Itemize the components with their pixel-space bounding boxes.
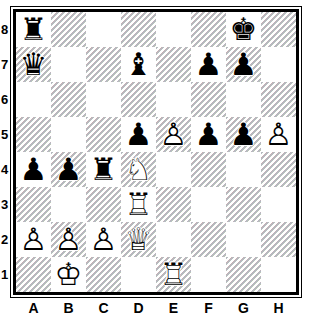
square-g1[interactable]: [226, 257, 261, 292]
piece-black-pawn-a4: ♟: [16, 152, 51, 187]
square-h3[interactable]: [261, 187, 296, 222]
square-c5[interactable]: [86, 117, 121, 152]
square-h7[interactable]: [261, 47, 296, 82]
piece-fill-white-pawn-c2: ♟: [86, 222, 121, 257]
square-b1[interactable]: ♚♔: [51, 257, 86, 292]
rank-label-1: 1: [0, 257, 9, 292]
board-frame: ♜♚♛♝♟♟♟♟♙♟♟♟♙♟♟♜♞♘♜♖♟♙♟♙♟♙♛♕♚♔♜♖: [10, 6, 302, 298]
square-h6[interactable]: [261, 82, 296, 117]
square-c2[interactable]: ♟♙: [86, 222, 121, 257]
square-a2[interactable]: ♟♙: [16, 222, 51, 257]
file-label-a: A: [16, 300, 51, 316]
piece-black-rook-c4: ♜: [86, 152, 121, 187]
square-d2[interactable]: ♛♕: [121, 222, 156, 257]
square-e2[interactable]: [156, 222, 191, 257]
square-e3[interactable]: [156, 187, 191, 222]
square-a7[interactable]: ♛: [16, 47, 51, 82]
square-g2[interactable]: [226, 222, 261, 257]
square-d4[interactable]: ♞♘: [121, 152, 156, 187]
piece-fill-white-knight-d4: ♞: [121, 152, 156, 187]
file-label-h: H: [261, 300, 296, 316]
board-grid: ♜♚♛♝♟♟♟♟♙♟♟♟♙♟♟♜♞♘♜♖♟♙♟♙♟♙♛♕♚♔♜♖: [16, 12, 296, 292]
piece-white-pawn-b2: ♙: [51, 222, 86, 257]
square-e5[interactable]: ♟♙: [156, 117, 191, 152]
rank-label-4: 4: [0, 152, 9, 187]
rank-label-7: 7: [0, 47, 9, 82]
piece-black-pawn-f7: ♟: [191, 47, 226, 82]
piece-white-knight-d4: ♘: [121, 152, 156, 187]
piece-white-pawn-e5: ♙: [156, 117, 191, 152]
square-d1[interactable]: [121, 257, 156, 292]
chess-diagram: 8 7 6 5 4 3 2 1 ♜♚♛♝♟♟♟♟♙♟♟♟♙♟♟♜♞♘♜♖♟♙♟♙…: [0, 0, 314, 320]
piece-black-pawn-d5: ♟: [121, 117, 156, 152]
rank-labels: 8 7 6 5 4 3 2 1: [0, 12, 9, 292]
square-b7[interactable]: [51, 47, 86, 82]
square-c8[interactable]: [86, 12, 121, 47]
piece-white-queen-d2: ♕: [121, 222, 156, 257]
square-e7[interactable]: [156, 47, 191, 82]
file-label-d: D: [121, 300, 156, 316]
square-a5[interactable]: [16, 117, 51, 152]
square-f7[interactable]: ♟: [191, 47, 226, 82]
square-c4[interactable]: ♜: [86, 152, 121, 187]
piece-fill-white-pawn-e5: ♟: [156, 117, 191, 152]
piece-black-pawn-f5: ♟: [191, 117, 226, 152]
square-b6[interactable]: [51, 82, 86, 117]
rank-label-3: 3: [0, 187, 9, 222]
file-labels: A B C D E F G H: [16, 300, 296, 316]
piece-fill-white-pawn-h5: ♟: [261, 117, 296, 152]
square-c3[interactable]: [86, 187, 121, 222]
square-b8[interactable]: [51, 12, 86, 47]
rank-label-2: 2: [0, 222, 9, 257]
square-g5[interactable]: ♟: [226, 117, 261, 152]
square-f8[interactable]: [191, 12, 226, 47]
square-f2[interactable]: [191, 222, 226, 257]
square-d7[interactable]: ♝: [121, 47, 156, 82]
square-g6[interactable]: [226, 82, 261, 117]
file-label-c: C: [86, 300, 121, 316]
square-a4[interactable]: ♟: [16, 152, 51, 187]
piece-fill-white-pawn-a2: ♟: [16, 222, 51, 257]
piece-fill-white-rook-d3: ♜: [121, 187, 156, 222]
square-g3[interactable]: [226, 187, 261, 222]
square-a3[interactable]: [16, 187, 51, 222]
piece-black-pawn-g5: ♟: [226, 117, 261, 152]
square-e1[interactable]: ♜♖: [156, 257, 191, 292]
square-a1[interactable]: [16, 257, 51, 292]
piece-black-pawn-b4: ♟: [51, 152, 86, 187]
square-h1[interactable]: [261, 257, 296, 292]
square-d6[interactable]: [121, 82, 156, 117]
square-d5[interactable]: ♟: [121, 117, 156, 152]
square-h5[interactable]: ♟♙: [261, 117, 296, 152]
piece-fill-white-rook-e1: ♜: [156, 257, 191, 292]
square-e6[interactable]: [156, 82, 191, 117]
rank-label-8: 8: [0, 12, 9, 47]
square-e8[interactable]: [156, 12, 191, 47]
square-f1[interactable]: [191, 257, 226, 292]
file-label-g: G: [226, 300, 261, 316]
square-d3[interactable]: ♜♖: [121, 187, 156, 222]
square-h8[interactable]: [261, 12, 296, 47]
rank-label-6: 6: [0, 82, 9, 117]
square-c1[interactable]: [86, 257, 121, 292]
piece-black-bishop-d7: ♝: [121, 47, 156, 82]
piece-black-king-g8: ♚: [226, 12, 261, 47]
piece-white-rook-d3: ♖: [121, 187, 156, 222]
square-b3[interactable]: [51, 187, 86, 222]
file-label-e: E: [156, 300, 191, 316]
square-b2[interactable]: ♟♙: [51, 222, 86, 257]
piece-white-king-b1: ♔: [51, 257, 86, 292]
square-e4[interactable]: [156, 152, 191, 187]
square-h2[interactable]: [261, 222, 296, 257]
piece-white-pawn-h5: ♙: [261, 117, 296, 152]
square-c6[interactable]: [86, 82, 121, 117]
square-b5[interactable]: [51, 117, 86, 152]
square-h4[interactable]: [261, 152, 296, 187]
square-a8[interactable]: ♜: [16, 12, 51, 47]
square-f4[interactable]: [191, 152, 226, 187]
piece-fill-white-king-b1: ♚: [51, 257, 86, 292]
rank-label-5: 5: [0, 117, 9, 152]
piece-fill-white-pawn-b2: ♟: [51, 222, 86, 257]
piece-white-pawn-c2: ♙: [86, 222, 121, 257]
piece-fill-white-queen-d2: ♛: [121, 222, 156, 257]
square-a6[interactable]: [16, 82, 51, 117]
square-f3[interactable]: [191, 187, 226, 222]
square-g8[interactable]: ♚: [226, 12, 261, 47]
square-d8[interactable]: [121, 12, 156, 47]
file-label-b: B: [51, 300, 86, 316]
square-f6[interactable]: [191, 82, 226, 117]
square-f5[interactable]: ♟: [191, 117, 226, 152]
piece-black-queen-a7: ♛: [16, 47, 51, 82]
square-b4[interactable]: ♟: [51, 152, 86, 187]
piece-white-pawn-a2: ♙: [16, 222, 51, 257]
piece-black-rook-a8: ♜: [16, 12, 51, 47]
square-g4[interactable]: [226, 152, 261, 187]
square-g7[interactable]: ♟: [226, 47, 261, 82]
piece-black-pawn-g7: ♟: [226, 47, 261, 82]
board-inner-border: ♜♚♛♝♟♟♟♟♙♟♟♟♙♟♟♜♞♘♜♖♟♙♟♙♟♙♛♕♚♔♜♖: [13, 9, 299, 295]
file-label-f: F: [191, 300, 226, 316]
square-c7[interactable]: [86, 47, 121, 82]
piece-white-rook-e1: ♖: [156, 257, 191, 292]
